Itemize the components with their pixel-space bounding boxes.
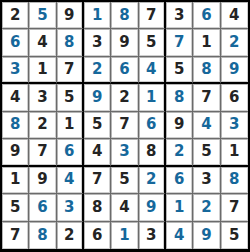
cell-r5c1[interactable]: 8 — [2, 112, 29, 139]
sudoku-app: 2591873646483957123172645894359218768215… — [0, 0, 250, 252]
cell-r5c5[interactable]: 7 — [111, 112, 138, 139]
cell-r8c4[interactable]: 8 — [84, 194, 111, 221]
cell-r9c4[interactable]: 6 — [84, 222, 111, 249]
cell-r3c3[interactable]: 7 — [57, 57, 84, 84]
cell-r5c7[interactable]: 9 — [166, 112, 193, 139]
cell-r2c9[interactable]: 2 — [221, 29, 248, 56]
cell-r8c1[interactable]: 5 — [2, 194, 29, 221]
cell-r9c3[interactable]: 2 — [57, 222, 84, 249]
cell-r4c1[interactable]: 4 — [2, 84, 29, 111]
cell-r7c7[interactable]: 6 — [166, 167, 193, 194]
cell-r2c1[interactable]: 6 — [2, 29, 29, 56]
cell-r8c3[interactable]: 3 — [57, 194, 84, 221]
cell-r9c9[interactable]: 5 — [221, 222, 248, 249]
cell-r1c6[interactable]: 7 — [139, 2, 166, 29]
cell-r7c3[interactable]: 4 — [57, 167, 84, 194]
cell-r1c3[interactable]: 9 — [57, 2, 84, 29]
cell-r5c6[interactable]: 6 — [139, 112, 166, 139]
cell-r4c2[interactable]: 3 — [29, 84, 56, 111]
cell-r3c2[interactable]: 1 — [29, 57, 56, 84]
cell-r9c6[interactable]: 3 — [139, 222, 166, 249]
cell-r8c8[interactable]: 2 — [193, 194, 220, 221]
cell-r1c9[interactable]: 4 — [221, 2, 248, 29]
cell-r8c5[interactable]: 4 — [111, 194, 138, 221]
cell-r7c8[interactable]: 3 — [193, 167, 220, 194]
cell-r3c1[interactable]: 3 — [2, 57, 29, 84]
cell-r6c4[interactable]: 4 — [84, 139, 111, 166]
cell-r2c5[interactable]: 9 — [111, 29, 138, 56]
cell-r9c2[interactable]: 8 — [29, 222, 56, 249]
cell-r7c9[interactable]: 8 — [221, 167, 248, 194]
cell-r2c8[interactable]: 1 — [193, 29, 220, 56]
cell-r5c4[interactable]: 5 — [84, 112, 111, 139]
cell-r6c5[interactable]: 3 — [111, 139, 138, 166]
cell-r6c3[interactable]: 6 — [57, 139, 84, 166]
cell-r1c5[interactable]: 8 — [111, 2, 138, 29]
cell-r1c7[interactable]: 3 — [166, 2, 193, 29]
cell-r6c8[interactable]: 5 — [193, 139, 220, 166]
cell-r8c2[interactable]: 6 — [29, 194, 56, 221]
cell-r8c6[interactable]: 9 — [139, 194, 166, 221]
cell-r7c5[interactable]: 5 — [111, 167, 138, 194]
cell-r9c8[interactable]: 9 — [193, 222, 220, 249]
cell-r5c3[interactable]: 1 — [57, 112, 84, 139]
cell-r2c7[interactable]: 7 — [166, 29, 193, 56]
cell-r5c2[interactable]: 2 — [29, 112, 56, 139]
cell-r4c8[interactable]: 7 — [193, 84, 220, 111]
cell-r2c4[interactable]: 3 — [84, 29, 111, 56]
cell-r3c7[interactable]: 5 — [166, 57, 193, 84]
cell-r1c8[interactable]: 6 — [193, 2, 220, 29]
cell-r7c2[interactable]: 9 — [29, 167, 56, 194]
cell-r2c6[interactable]: 5 — [139, 29, 166, 56]
cell-r8c9[interactable]: 7 — [221, 194, 248, 221]
cell-r4c3[interactable]: 5 — [57, 84, 84, 111]
cell-r9c1[interactable]: 7 — [2, 222, 29, 249]
cell-r1c1[interactable]: 2 — [2, 2, 29, 29]
cell-r4c7[interactable]: 8 — [166, 84, 193, 111]
sudoku-board: 2591873646483957123172645894359218768215… — [0, 0, 250, 252]
cell-r5c8[interactable]: 4 — [193, 112, 220, 139]
cell-r6c7[interactable]: 2 — [166, 139, 193, 166]
cell-r6c9[interactable]: 1 — [221, 139, 248, 166]
cell-r7c4[interactable]: 7 — [84, 167, 111, 194]
cell-r3c4[interactable]: 2 — [84, 57, 111, 84]
cell-r4c5[interactable]: 2 — [111, 84, 138, 111]
cell-r2c3[interactable]: 8 — [57, 29, 84, 56]
cell-r7c1[interactable]: 1 — [2, 167, 29, 194]
cell-r9c7[interactable]: 4 — [166, 222, 193, 249]
cell-r2c2[interactable]: 4 — [29, 29, 56, 56]
cell-r6c6[interactable]: 8 — [139, 139, 166, 166]
cell-r3c5[interactable]: 6 — [111, 57, 138, 84]
cell-r1c2[interactable]: 5 — [29, 2, 56, 29]
cell-r8c7[interactable]: 1 — [166, 194, 193, 221]
cell-r6c2[interactable]: 7 — [29, 139, 56, 166]
cell-r4c4[interactable]: 9 — [84, 84, 111, 111]
cell-r9c5[interactable]: 1 — [111, 222, 138, 249]
cell-r4c9[interactable]: 6 — [221, 84, 248, 111]
cell-r6c1[interactable]: 9 — [2, 139, 29, 166]
cell-r7c6[interactable]: 2 — [139, 167, 166, 194]
cell-r4c6[interactable]: 1 — [139, 84, 166, 111]
cell-r3c9[interactable]: 9 — [221, 57, 248, 84]
cell-r3c6[interactable]: 4 — [139, 57, 166, 84]
cell-r5c9[interactable]: 3 — [221, 112, 248, 139]
cell-r1c4[interactable]: 1 — [84, 2, 111, 29]
cell-r3c8[interactable]: 8 — [193, 57, 220, 84]
